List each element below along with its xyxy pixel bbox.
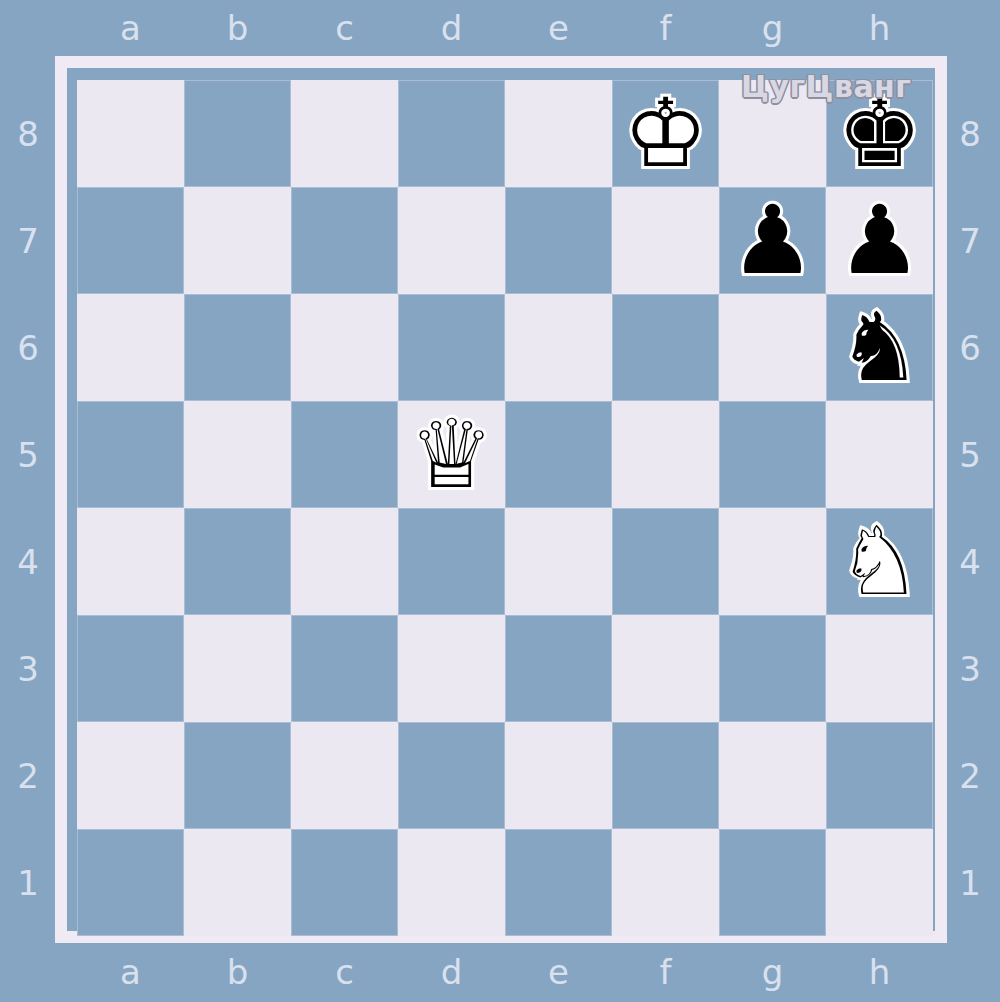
square-g5[interactable]: [719, 401, 826, 508]
square-b7[interactable]: [184, 187, 291, 294]
piece-halo-layer: ♟: [826, 187, 933, 294]
piece-halo-layer: ♛: [398, 401, 505, 508]
file-label-d: d: [398, 946, 505, 998]
square-a5[interactable]: [77, 401, 184, 508]
square-g3[interactable]: [719, 615, 826, 722]
square-f4[interactable]: [612, 508, 719, 615]
square-e4[interactable]: [505, 508, 612, 615]
white-queen-d5[interactable]: ♛♕: [398, 401, 505, 508]
square-g1[interactable]: [719, 829, 826, 936]
square-b6[interactable]: [184, 294, 291, 401]
piece-halo-layer: ♞: [826, 508, 933, 615]
square-f1[interactable]: [612, 829, 719, 936]
square-d8[interactable]: [398, 80, 505, 187]
black-pawn-h7[interactable]: ♟♟: [826, 187, 933, 294]
square-a2[interactable]: [77, 722, 184, 829]
file-label-e: e: [505, 2, 612, 54]
file-label-c: c: [291, 946, 398, 998]
piece-ink-layer: ♞: [826, 294, 933, 401]
square-b1[interactable]: [184, 829, 291, 936]
rank-label-3: 3: [6, 615, 50, 722]
square-a6[interactable]: [77, 294, 184, 401]
file-label-b: b: [184, 946, 291, 998]
square-c1[interactable]: [291, 829, 398, 936]
piece-halo-layer: ♟: [719, 187, 826, 294]
file-label-a: a: [77, 946, 184, 998]
square-h3[interactable]: [826, 615, 933, 722]
square-f2[interactable]: [612, 722, 719, 829]
square-h5[interactable]: [826, 401, 933, 508]
square-b3[interactable]: [184, 615, 291, 722]
watermark: ЦугЦванг: [741, 69, 912, 104]
square-a7[interactable]: [77, 187, 184, 294]
square-h6[interactable]: ♞♞: [826, 294, 933, 401]
file-label-h: h: [826, 946, 933, 998]
file-label-c: c: [291, 2, 398, 54]
rank-label-5: 5: [6, 401, 50, 508]
square-c6[interactable]: [291, 294, 398, 401]
white-king-f8[interactable]: ♚♔: [612, 80, 719, 187]
file-label-b: b: [184, 2, 291, 54]
square-b4[interactable]: [184, 508, 291, 615]
square-d4[interactable]: [398, 508, 505, 615]
square-d6[interactable]: [398, 294, 505, 401]
rank-label-8: 8: [948, 80, 992, 187]
square-g2[interactable]: [719, 722, 826, 829]
piece-ink-layer: ♕: [398, 401, 505, 508]
square-a8[interactable]: [77, 80, 184, 187]
rank-label-1: 1: [948, 829, 992, 936]
file-label-a: a: [77, 2, 184, 54]
square-f6[interactable]: [612, 294, 719, 401]
square-h2[interactable]: [826, 722, 933, 829]
square-b2[interactable]: [184, 722, 291, 829]
white-knight-h4[interactable]: ♞♘: [826, 508, 933, 615]
square-h4[interactable]: ♞♘: [826, 508, 933, 615]
piece-halo-layer: ♚: [612, 80, 719, 187]
piece-ink-layer: ♘: [826, 508, 933, 615]
rank-label-2: 2: [6, 722, 50, 829]
square-g4[interactable]: [719, 508, 826, 615]
rank-label-5: 5: [948, 401, 992, 508]
square-h7[interactable]: ♟♟: [826, 187, 933, 294]
square-f7[interactable]: [612, 187, 719, 294]
file-label-f: f: [612, 946, 719, 998]
square-e7[interactable]: [505, 187, 612, 294]
black-pawn-g7[interactable]: ♟♟: [719, 187, 826, 294]
rank-label-6: 6: [6, 294, 50, 401]
square-d2[interactable]: [398, 722, 505, 829]
rank-label-7: 7: [948, 187, 992, 294]
rank-label-4: 4: [6, 508, 50, 615]
square-c8[interactable]: [291, 80, 398, 187]
chess-board: ♚♔♚♚♟♟♟♟♞♞♛♕♞♘: [77, 80, 933, 936]
square-d5[interactable]: ♛♕: [398, 401, 505, 508]
piece-ink-layer: ♟: [826, 187, 933, 294]
square-g7[interactable]: ♟♟: [719, 187, 826, 294]
rank-label-8: 8: [6, 80, 50, 187]
file-label-f: f: [612, 2, 719, 54]
rank-label-3: 3: [948, 615, 992, 722]
rank-label-2: 2: [948, 722, 992, 829]
square-g6[interactable]: [719, 294, 826, 401]
square-c5[interactable]: [291, 401, 398, 508]
square-d1[interactable]: [398, 829, 505, 936]
square-b5[interactable]: [184, 401, 291, 508]
square-f3[interactable]: [612, 615, 719, 722]
rank-label-4: 4: [948, 508, 992, 615]
square-c3[interactable]: [291, 615, 398, 722]
square-a3[interactable]: [77, 615, 184, 722]
square-d7[interactable]: [398, 187, 505, 294]
square-e1[interactable]: [505, 829, 612, 936]
rank-label-7: 7: [6, 187, 50, 294]
square-a4[interactable]: [77, 508, 184, 615]
square-a1[interactable]: [77, 829, 184, 936]
file-label-h: h: [826, 2, 933, 54]
square-e3[interactable]: [505, 615, 612, 722]
square-e5[interactable]: [505, 401, 612, 508]
square-c4[interactable]: [291, 508, 398, 615]
piece-halo-layer: ♞: [826, 294, 933, 401]
file-label-g: g: [719, 946, 826, 998]
square-f8[interactable]: ♚♔: [612, 80, 719, 187]
file-label-e: e: [505, 946, 612, 998]
file-label-g: g: [719, 2, 826, 54]
square-d3[interactable]: [398, 615, 505, 722]
square-b8[interactable]: [184, 80, 291, 187]
square-c7[interactable]: [291, 187, 398, 294]
piece-ink-layer: ♟: [719, 187, 826, 294]
black-knight-h6[interactable]: ♞♞: [826, 294, 933, 401]
rank-label-6: 6: [948, 294, 992, 401]
piece-ink-layer: ♔: [612, 80, 719, 187]
file-label-d: d: [398, 2, 505, 54]
square-f5[interactable]: [612, 401, 719, 508]
square-e8[interactable]: [505, 80, 612, 187]
square-c2[interactable]: [291, 722, 398, 829]
square-e6[interactable]: [505, 294, 612, 401]
rank-label-1: 1: [6, 829, 50, 936]
square-e2[interactable]: [505, 722, 612, 829]
square-h1[interactable]: [826, 829, 933, 936]
